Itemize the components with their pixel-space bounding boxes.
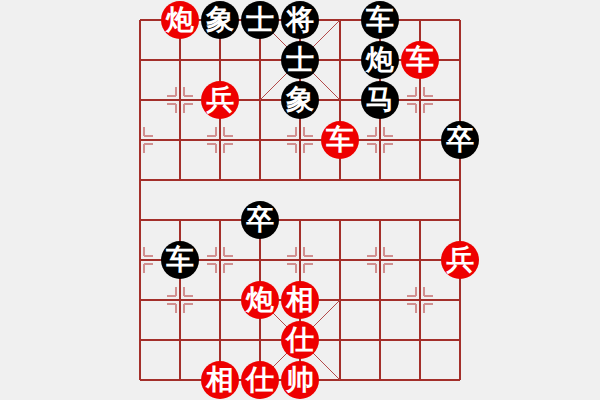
piece-black-soldier[interactable]: 卒: [241, 201, 279, 239]
piece-black-elephant[interactable]: 象: [281, 81, 319, 119]
piece-black-elephant[interactable]: 象: [201, 1, 239, 39]
piece-red-chariot[interactable]: 车: [321, 121, 359, 159]
piece-red-soldier[interactable]: 兵: [441, 241, 479, 279]
piece-red-elephant[interactable]: 相: [281, 281, 319, 319]
piece-black-soldier[interactable]: 卒: [441, 121, 479, 159]
xiangqi-app: 炮象士将车士炮车兵象马车卒卒车兵炮相仕相仕帅: [0, 0, 600, 400]
piece-black-chariot[interactable]: 车: [361, 1, 399, 39]
piece-black-advisor[interactable]: 士: [241, 1, 279, 39]
piece-red-chariot[interactable]: 车: [401, 41, 439, 79]
piece-black-general[interactable]: 将: [281, 1, 319, 39]
piece-black-chariot[interactable]: 车: [161, 241, 199, 279]
piece-red-cannon[interactable]: 炮: [161, 1, 199, 39]
piece-red-advisor[interactable]: 仕: [281, 321, 319, 359]
piece-red-advisor[interactable]: 仕: [241, 361, 279, 399]
piece-red-soldier[interactable]: 兵: [201, 81, 239, 119]
piece-red-cannon[interactable]: 炮: [241, 281, 279, 319]
piece-red-general[interactable]: 帅: [281, 361, 319, 399]
piece-black-advisor[interactable]: 士: [281, 41, 319, 79]
board[interactable]: 炮象士将车士炮车兵象马车卒卒车兵炮相仕相仕帅: [120, 0, 480, 400]
piece-black-horse[interactable]: 马: [361, 81, 399, 119]
piece-black-cannon[interactable]: 炮: [361, 41, 399, 79]
piece-red-elephant[interactable]: 相: [201, 361, 239, 399]
